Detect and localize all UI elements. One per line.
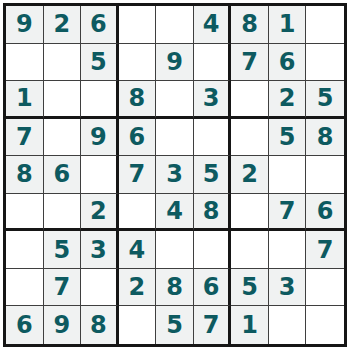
cell-digit: 6: [16, 313, 33, 337]
cell-r6c2[interactable]: [44, 194, 82, 232]
cell-r9c5: 5: [156, 306, 194, 344]
cell-r9c2: 9: [44, 306, 82, 344]
cell-r6c6: 8: [194, 194, 232, 232]
cell-r1c5[interactable]: [156, 6, 194, 44]
cell-digit: 6: [53, 162, 70, 186]
cell-digit: 7: [16, 125, 33, 149]
cell-r6c7[interactable]: [231, 194, 269, 232]
cell-digit: 2: [241, 162, 258, 186]
cell-digit: 8: [166, 275, 183, 299]
cell-r5c5: 3: [156, 156, 194, 194]
cell-digit: 4: [166, 199, 183, 223]
cell-digit: 1: [279, 12, 296, 36]
cell-r9c7: 1: [231, 306, 269, 344]
cell-r6c1[interactable]: [6, 194, 44, 232]
cell-digit: 8: [203, 199, 220, 223]
cell-digit: 6: [129, 125, 146, 149]
sudoku-board: 9264815976183257965886735224876534772865…: [3, 3, 347, 347]
cell-r2c1[interactable]: [6, 44, 44, 82]
cell-r5c1: 8: [6, 156, 44, 194]
cell-r2c7: 7: [231, 44, 269, 82]
cell-r4c7[interactable]: [231, 119, 269, 157]
cell-digit: 8: [241, 12, 258, 36]
cell-r6c4[interactable]: [119, 194, 157, 232]
cell-r4c8: 5: [269, 119, 307, 157]
cell-r5c8[interactable]: [269, 156, 307, 194]
cell-digit: 4: [129, 238, 146, 262]
cell-r2c3: 5: [81, 44, 119, 82]
cell-r1c3: 6: [81, 6, 119, 44]
cell-r8c4: 2: [119, 269, 157, 307]
cell-r3c2[interactable]: [44, 81, 82, 119]
cell-digit: 9: [90, 125, 107, 149]
cell-r4c3: 9: [81, 119, 119, 157]
cell-digit: 6: [90, 12, 107, 36]
cell-r8c6: 6: [194, 269, 232, 307]
cell-digit: 5: [317, 86, 334, 110]
cell-r4c6[interactable]: [194, 119, 232, 157]
cell-digit: 7: [317, 238, 334, 262]
cell-r3c4: 8: [119, 81, 157, 119]
cell-digit: 5: [166, 313, 183, 337]
cell-r8c3[interactable]: [81, 269, 119, 307]
cell-r8c2: 7: [44, 269, 82, 307]
cell-r9c1: 6: [6, 306, 44, 344]
cell-r1c9[interactable]: [306, 6, 344, 44]
cell-r8c5: 8: [156, 269, 194, 307]
cell-r5c7: 2: [231, 156, 269, 194]
cell-digit: 2: [129, 275, 146, 299]
cell-r2c5: 9: [156, 44, 194, 82]
cell-digit: 6: [279, 50, 296, 74]
cell-digit: 2: [53, 12, 70, 36]
cell-r8c1[interactable]: [6, 269, 44, 307]
cell-r4c1: 7: [6, 119, 44, 157]
cell-r9c8[interactable]: [269, 306, 307, 344]
cell-r3c9: 5: [306, 81, 344, 119]
cell-r6c9: 6: [306, 194, 344, 232]
cell-digit: 4: [203, 12, 220, 36]
cell-r7c9: 7: [306, 231, 344, 269]
cell-digit: 7: [53, 275, 70, 299]
cell-digit: 8: [129, 86, 146, 110]
cell-r1c8: 1: [269, 6, 307, 44]
cell-digit: 7: [129, 162, 146, 186]
cell-digit: 6: [317, 199, 334, 223]
cell-digit: 1: [241, 313, 258, 337]
cell-r6c3: 2: [81, 194, 119, 232]
cell-digit: 6: [203, 275, 220, 299]
cell-r1c2: 2: [44, 6, 82, 44]
cell-digit: 5: [53, 238, 70, 262]
cell-r3c6: 3: [194, 81, 232, 119]
cell-digit: 7: [203, 313, 220, 337]
cell-r2c9[interactable]: [306, 44, 344, 82]
cell-digit: 7: [241, 50, 258, 74]
cell-r5c4: 7: [119, 156, 157, 194]
cell-digit: 3: [203, 86, 220, 110]
cell-r6c5: 4: [156, 194, 194, 232]
cell-r7c3: 3: [81, 231, 119, 269]
cell-digit: 1: [16, 86, 33, 110]
cell-r4c4: 6: [119, 119, 157, 157]
cell-digit: 9: [53, 313, 70, 337]
cell-r3c3[interactable]: [81, 81, 119, 119]
cell-digit: 8: [16, 162, 33, 186]
cell-digit: 5: [279, 125, 296, 149]
cell-r1c4[interactable]: [119, 6, 157, 44]
cell-digit: 8: [317, 125, 334, 149]
cell-digit: 9: [16, 12, 33, 36]
cell-r8c7: 5: [231, 269, 269, 307]
cell-r7c7[interactable]: [231, 231, 269, 269]
cell-r5c9[interactable]: [306, 156, 344, 194]
cell-r3c5[interactable]: [156, 81, 194, 119]
cell-digit: 5: [241, 275, 258, 299]
cell-r9c9[interactable]: [306, 306, 344, 344]
cell-digit: 9: [166, 50, 183, 74]
cell-digit: 7: [279, 199, 296, 223]
cell-r7c5[interactable]: [156, 231, 194, 269]
cell-r9c6: 7: [194, 306, 232, 344]
cell-r7c1[interactable]: [6, 231, 44, 269]
cell-digit: 3: [166, 162, 183, 186]
cell-r4c2[interactable]: [44, 119, 82, 157]
cell-r9c4[interactable]: [119, 306, 157, 344]
page: { "game": "sudoku", "position": "9260048…: [0, 0, 350, 350]
cell-r1c6: 4: [194, 6, 232, 44]
cell-r2c2[interactable]: [44, 44, 82, 82]
cell-r9c3: 8: [81, 306, 119, 344]
cell-digit: 3: [279, 275, 296, 299]
cell-r1c1: 9: [6, 6, 44, 44]
cell-r8c8: 3: [269, 269, 307, 307]
cell-digit: 5: [90, 50, 107, 74]
cell-r5c3[interactable]: [81, 156, 119, 194]
cell-r2c8: 6: [269, 44, 307, 82]
cell-r1c7: 8: [231, 6, 269, 44]
cell-digit: 5: [203, 162, 220, 186]
cell-r3c7[interactable]: [231, 81, 269, 119]
cell-r3c8: 2: [269, 81, 307, 119]
cell-digit: 8: [90, 313, 107, 337]
cell-r5c6: 5: [194, 156, 232, 194]
cell-r4c9: 8: [306, 119, 344, 157]
cell-r7c2: 5: [44, 231, 82, 269]
cell-r6c8: 7: [269, 194, 307, 232]
cell-digit: 3: [90, 238, 107, 262]
cell-r2c4[interactable]: [119, 44, 157, 82]
cell-digit: 2: [279, 86, 296, 110]
cell-r3c1: 1: [6, 81, 44, 119]
cell-r7c8[interactable]: [269, 231, 307, 269]
cell-r5c2: 6: [44, 156, 82, 194]
cell-r4c5[interactable]: [156, 119, 194, 157]
cell-digit: 2: [90, 199, 107, 223]
cell-r7c6[interactable]: [194, 231, 232, 269]
cell-r7c4: 4: [119, 231, 157, 269]
cell-r2c6[interactable]: [194, 44, 232, 82]
cell-r8c9[interactable]: [306, 269, 344, 307]
